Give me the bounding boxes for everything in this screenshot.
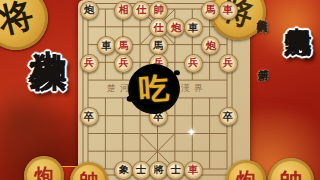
capture-stamp-text: 吃 xyxy=(138,68,171,111)
episode-title: 中炮对屏风马 xyxy=(280,6,316,12)
piece-red-chariot: 車 xyxy=(184,161,203,180)
piece-black-cannon: 炮 xyxy=(80,1,99,20)
piece-black-pawn: 卒 xyxy=(80,107,99,126)
author-name: 傅新 xyxy=(254,60,269,62)
piece-red-pawn: 兵 xyxy=(114,54,133,73)
river-label-han: 漢界 xyxy=(181,80,207,97)
video-thumbnail: 楚河 漢界 炮相仕帥馬車仕炮車車馬馬炮兵兵兵兵兵卒卒卒象士將士車 吃 ✦ 将 将… xyxy=(0,0,320,180)
piece-red-advisor: 仕 xyxy=(132,1,151,20)
piece-black-horse: 馬 xyxy=(149,36,168,55)
piece-red-pawn: 兵 xyxy=(219,54,238,73)
piece-black-chariot: 車 xyxy=(97,36,116,55)
channel-title: 大神象棋 xyxy=(22,20,73,24)
piece-red-elephant: 相 xyxy=(114,1,133,20)
sparkle-icon: ✦ xyxy=(187,126,196,139)
piece-red-chariot: 車 xyxy=(219,1,238,20)
piece-red-general: 帥 xyxy=(149,1,168,20)
piece-black-chariot: 車 xyxy=(184,18,203,37)
piece-black-advisor: 士 xyxy=(132,161,151,180)
piece-red-pawn: 兵 xyxy=(184,54,203,73)
piece-black-advisor: 士 xyxy=(166,161,185,180)
piece-black-general: 將 xyxy=(149,161,168,180)
piece-red-horse: 馬 xyxy=(201,1,220,20)
author-label: 象棋大师 xyxy=(253,10,268,14)
piece-red-pawn: 兵 xyxy=(80,54,99,73)
piece-black-pawn: 卒 xyxy=(219,107,238,126)
piece-black-elephant: 象 xyxy=(114,161,133,180)
decor-coin-general: 将 xyxy=(0,0,55,57)
